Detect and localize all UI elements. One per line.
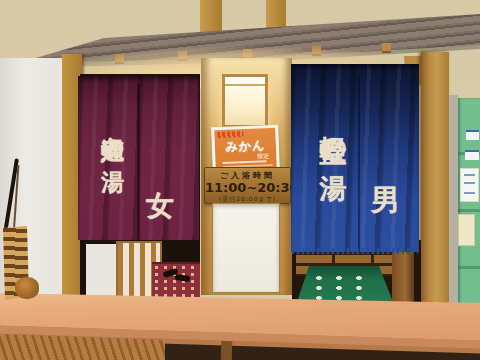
poster-ribbon	[217, 131, 243, 138]
locker-cabinet	[458, 98, 480, 307]
notice-panel	[213, 204, 279, 292]
locker-label	[465, 150, 479, 160]
curtain-fringe	[292, 248, 418, 254]
locker-label	[466, 130, 479, 140]
lamp-frame-bar	[225, 84, 265, 86]
wall-lamp	[222, 74, 268, 128]
women-curtain-title: 衣通姫の湯	[98, 118, 129, 244]
locker-card	[460, 168, 479, 202]
interior-wall-panel	[86, 244, 116, 295]
card-text-line	[464, 192, 475, 194]
foot-mat-dots	[309, 273, 367, 300]
foot-mat	[297, 266, 393, 302]
men-curtain: 軽皇の湯 男	[291, 64, 419, 252]
poster-textline	[222, 160, 266, 164]
center-pillar: みかん 限定 ご入浴時間 11:00~20:30 (受付20:00まで)	[201, 58, 292, 295]
women-curtain: 衣通姫の湯 女	[78, 76, 199, 240]
mikan-poster: みかん 限定	[211, 125, 280, 174]
women-gender-label: 女	[146, 187, 174, 225]
men-curtain-title: 軽皇の湯	[315, 114, 351, 238]
men-gender-label: 男	[371, 181, 400, 221]
wood-figure	[15, 277, 39, 299]
wall-strip	[449, 95, 458, 307]
card-text-line	[464, 182, 475, 184]
bathhouse-entrance-photo: みかん 限定 ご入浴時間 11:00~20:30 (受付20:00まで) 衣通姫…	[0, 0, 480, 360]
locker-note	[458, 214, 475, 246]
card-text-line	[464, 174, 475, 176]
hours-note: (受付20:00まで)	[205, 195, 290, 204]
hours-sign: ご入浴時間 11:00~20:30 (受付20:00まで)	[204, 167, 291, 204]
hours-value: 11:00~20:30	[205, 181, 290, 195]
right-pillar	[421, 52, 449, 303]
counter-shelf-divider	[221, 341, 233, 360]
